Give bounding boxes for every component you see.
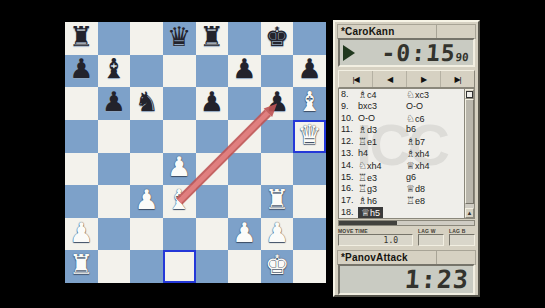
square-f4[interactable]: [228, 153, 261, 186]
square-e4[interactable]: [196, 153, 229, 186]
square-g5[interactable]: [261, 120, 294, 153]
black-piece-p-e6[interactable]: ♟: [200, 89, 224, 116]
square-c3[interactable]: ♟: [130, 185, 163, 218]
square-h8[interactable]: [293, 22, 326, 55]
square-e8[interactable]: ♜: [196, 22, 229, 55]
scrollbar-window-icon[interactable]: [465, 89, 474, 99]
move-row-12[interactable]: 12.♖e1♗b7: [339, 136, 464, 148]
top-clock-time: -0:1590: [354, 40, 474, 66]
scrollbar-down-icon[interactable]: ▲: [465, 208, 474, 218]
black-piece-p-b6[interactable]: ♟: [102, 89, 126, 116]
square-b6[interactable]: ♟: [98, 87, 131, 120]
move-row-9[interactable]: 9.bxc3O-O: [339, 101, 464, 113]
top-player-header: *CaroKann: [337, 24, 476, 39]
square-e2[interactable]: [196, 218, 229, 251]
square-g8[interactable]: ♚: [261, 22, 294, 55]
square-e3[interactable]: [196, 185, 229, 218]
square-f2[interactable]: ♟: [228, 218, 261, 251]
step-forward-button[interactable]: ▶: [407, 71, 441, 87]
square-f6[interactable]: [228, 87, 261, 120]
square-g3[interactable]: ♜: [261, 185, 294, 218]
square-h1[interactable]: [293, 250, 326, 283]
move-list-scrollbar[interactable]: ▲: [464, 89, 474, 218]
square-a3[interactable]: [65, 185, 98, 218]
hscrollbar-thumb[interactable]: [339, 221, 397, 225]
square-a8[interactable]: ♜: [65, 22, 98, 55]
square-a4[interactable]: [65, 153, 98, 186]
step-back-button[interactable]: ◀: [373, 71, 407, 87]
top-clock: -0:1590: [338, 38, 475, 67]
square-d4[interactable]: ♟: [163, 153, 196, 186]
top-player-name: *CaroKann: [338, 26, 436, 37]
black-piece-p-h7[interactable]: ♟: [298, 56, 322, 83]
lag-b-value: [449, 234, 475, 246]
black-piece-k-g8[interactable]: ♚: [265, 24, 289, 51]
square-b5[interactable]: [98, 120, 131, 153]
square-g7[interactable]: [261, 55, 294, 88]
replay-controls: |◀◀▶▶|: [338, 70, 475, 88]
square-g4[interactable]: [261, 153, 294, 186]
scrollbar-thumb[interactable]: [465, 99, 474, 204]
square-a7[interactable]: ♟: [65, 55, 98, 88]
move-row-10[interactable]: 10.O-O♘c6: [339, 113, 464, 125]
square-a1[interactable]: ♜: [65, 250, 98, 283]
black-piece-r-e8[interactable]: ♜: [200, 24, 224, 51]
black-piece-n-c6[interactable]: ♞: [134, 89, 158, 116]
bottom-player-name: *PanovAttack: [338, 252, 436, 263]
white-piece-p-a2[interactable]: ♟: [69, 220, 93, 247]
square-d1[interactable]: [163, 250, 196, 283]
black-piece-p-g6[interactable]: ♟: [265, 89, 289, 116]
white-piece-k-g1[interactable]: ♚: [265, 252, 289, 279]
stats-row: MOVE TIME 1.0 LAG W LAG B: [338, 228, 475, 248]
bottom-clock: 1:23: [338, 264, 475, 295]
square-g1[interactable]: ♚: [261, 250, 294, 283]
black-piece-q-d8[interactable]: ♛: [167, 24, 191, 51]
white-piece-p-d4[interactable]: ♟: [167, 154, 191, 181]
white-piece-b-d3[interactable]: ♝: [167, 187, 191, 214]
chess-board: ♜♛♜♚♟♝♟♟♟♞♟♟♝♛♟♟♝♜♟♟♟♜♚: [65, 22, 326, 283]
bottom-player-header: *PanovAttack: [337, 250, 476, 265]
square-c4[interactable]: [130, 153, 163, 186]
white-piece-r-a1[interactable]: ♜: [69, 252, 93, 279]
header-cell: [436, 251, 475, 264]
black-piece-b-b7[interactable]: ♝: [102, 56, 126, 83]
square-d6[interactable]: [163, 87, 196, 120]
square-f8[interactable]: [228, 22, 261, 55]
square-a5[interactable]: [65, 120, 98, 153]
square-f7[interactable]: ♟: [228, 55, 261, 88]
square-e6[interactable]: ♟: [196, 87, 229, 120]
white-piece-p-f2[interactable]: ♟: [232, 220, 256, 247]
move-list[interactable]: ICC 8.♗c4♘xc39.bxc3O-O10.O-O♘c611.♗d3b61…: [338, 88, 475, 219]
white-piece-p-c3[interactable]: ♟: [134, 187, 158, 214]
square-f3[interactable]: [228, 185, 261, 218]
square-a6[interactable]: [65, 87, 98, 120]
square-g2[interactable]: ♟: [261, 218, 294, 251]
move-row-18[interactable]: 18.♕h5: [339, 207, 464, 219]
square-b3[interactable]: [98, 185, 131, 218]
square-d3[interactable]: ♝: [163, 185, 196, 218]
square-e5[interactable]: [196, 120, 229, 153]
move-row-14[interactable]: 14.♘xh4♕xh4: [339, 160, 464, 172]
square-b7[interactable]: ♝: [98, 55, 131, 88]
header-cell: [436, 25, 475, 38]
white-piece-p-g2[interactable]: ♟: [265, 220, 289, 247]
black-piece-p-a7[interactable]: ♟: [69, 56, 93, 83]
square-d2[interactable]: [163, 218, 196, 251]
square-c1[interactable]: [130, 250, 163, 283]
square-c7[interactable]: [130, 55, 163, 88]
skip-to-start-button[interactable]: |◀: [339, 71, 373, 87]
move-row-8[interactable]: 8.♗c4♘xc3: [339, 89, 464, 101]
white-piece-q-h5[interactable]: ♛: [298, 122, 322, 149]
square-f5[interactable]: [228, 120, 261, 153]
square-b2[interactable]: [98, 218, 131, 251]
square-d7[interactable]: [163, 55, 196, 88]
square-h5[interactable]: ♛: [293, 120, 326, 153]
black-piece-p-f7[interactable]: ♟: [232, 56, 256, 83]
square-h3[interactable]: [293, 185, 326, 218]
square-c2[interactable]: [130, 218, 163, 251]
move-time-value: 1.0: [338, 234, 413, 246]
move-list-hscrollbar[interactable]: [338, 220, 475, 226]
skip-to-end-button[interactable]: ▶|: [441, 71, 474, 87]
move-row-13[interactable]: 13.h4♗xh4: [339, 148, 464, 160]
to-move-triangle-icon: [343, 45, 355, 61]
square-h4[interactable]: [293, 153, 326, 186]
move-row-17[interactable]: 17.♗h6♖e8: [339, 195, 464, 207]
white-piece-r-g3[interactable]: ♜: [265, 187, 289, 214]
square-d8[interactable]: ♛: [163, 22, 196, 55]
move-row-15[interactable]: 15.♖e3g6: [339, 172, 464, 184]
white-piece-b-h6[interactable]: ♝: [298, 89, 322, 116]
square-c6[interactable]: ♞: [130, 87, 163, 120]
video-frame: ♜♛♜♚♟♝♟♟♟♞♟♟♝♛♟♟♝♜♟♟♟♜♚ *CaroKann -0:159…: [0, 0, 545, 308]
square-a2[interactable]: ♟: [65, 218, 98, 251]
game-panel: *CaroKann -0:1590 |◀◀▶▶| ICC 8.♗c4♘xc39.…: [333, 20, 480, 297]
square-e7[interactable]: [196, 55, 229, 88]
move-row-16[interactable]: 16.♖g3♕d8: [339, 183, 464, 195]
square-h6[interactable]: ♝: [293, 87, 326, 120]
square-d5[interactable]: [163, 120, 196, 153]
square-b8[interactable]: [98, 22, 131, 55]
square-g6[interactable]: ♟: [261, 87, 294, 120]
move-rows: 8.♗c4♘xc39.bxc3O-O10.O-O♘c611.♗d3b612.♖e…: [339, 89, 464, 219]
square-f1[interactable]: [228, 250, 261, 283]
move-row-11[interactable]: 11.♗d3b6: [339, 124, 464, 136]
square-b4[interactable]: [98, 153, 131, 186]
square-h2[interactable]: [293, 218, 326, 251]
black-piece-r-a8[interactable]: ♜: [69, 24, 93, 51]
square-b1[interactable]: [98, 250, 131, 283]
lag-w-value: [418, 234, 444, 246]
square-e1[interactable]: [196, 250, 229, 283]
square-c8[interactable]: [130, 22, 163, 55]
square-h7[interactable]: ♟: [293, 55, 326, 88]
square-c5[interactable]: [130, 120, 163, 153]
top-clock-fraction: 90: [455, 51, 469, 64]
bottom-clock-time: 1:23: [339, 265, 474, 294]
